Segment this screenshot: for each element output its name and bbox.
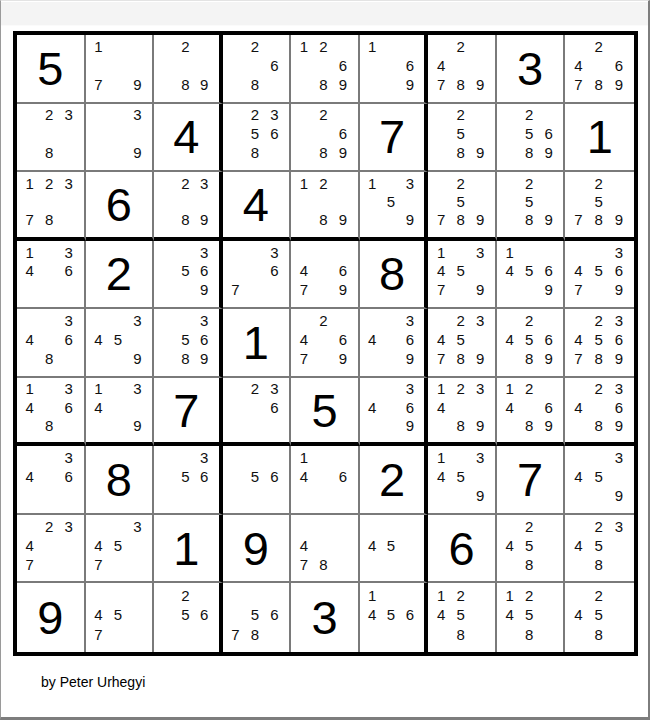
candidate-empty: [108, 555, 128, 574]
candidate-digit: 1: [294, 448, 314, 467]
candidate-empty: [265, 624, 285, 644]
candidate-empty: [539, 106, 559, 125]
candidate-digit: 7: [431, 210, 451, 228]
candidate-digit: 5: [451, 192, 471, 210]
candidate-empty: [470, 624, 490, 644]
candidate-digit: 2: [589, 517, 609, 536]
cell-r4c4[interactable]: 367: [223, 241, 292, 310]
candidate-digit: 3: [59, 517, 79, 536]
candidate-empty: [40, 243, 60, 262]
candidate-digit: 3: [265, 106, 285, 125]
candidate-empty: [40, 192, 60, 210]
candidate-digit: 3: [470, 448, 490, 467]
candidate-digit: 6: [59, 467, 79, 486]
candidate-empty: [314, 192, 334, 210]
cell-r1c9[interactable]: 246789: [565, 35, 634, 104]
candidate-empty: [500, 106, 520, 125]
candidate-digit: 9: [470, 143, 490, 162]
candidate-empty: [265, 280, 285, 299]
candidate-empty: [40, 380, 60, 398]
cell-r9c3[interactable]: 256: [154, 583, 223, 652]
candidate-digit: 4: [431, 398, 451, 416]
candidate-empty: [609, 555, 629, 574]
cell-r2c2[interactable]: 39: [86, 104, 155, 173]
candidate-digit: 2: [451, 380, 471, 398]
candidate-empty: [500, 192, 520, 210]
given-digit: 8: [379, 250, 405, 297]
cell-r5c1[interactable]: 3468: [17, 309, 86, 378]
candidate-empty: [500, 280, 520, 299]
cell-r9c5[interactable]: 3: [291, 583, 360, 652]
given-digit: 5: [37, 45, 63, 92]
candidate-empty: [108, 585, 128, 605]
candidate-empty: [333, 555, 353, 574]
candidate-digit: 7: [294, 280, 314, 299]
cell-r3c1[interactable]: 12378: [17, 172, 86, 241]
candidate-digit: 8: [519, 555, 539, 574]
candidate-empty: [176, 624, 195, 644]
cell-r6c3[interactable]: 7: [154, 378, 223, 447]
candidate-empty: [400, 517, 419, 536]
candidate-empty: [20, 192, 40, 210]
cell-r6c2[interactable]: 1349: [86, 378, 155, 447]
candidate-digit: 1: [363, 37, 382, 56]
candidate-empty: [108, 106, 128, 125]
cell-r4c9[interactable]: 345679: [565, 241, 634, 310]
candidate-empty: [568, 192, 588, 210]
candidate-empty: [20, 311, 40, 330]
candidate-digit: 7: [294, 349, 314, 368]
candidate-digit: 1: [294, 37, 314, 56]
candidate-digit: 9: [609, 280, 629, 299]
candidate-digit: 5: [108, 605, 128, 625]
candidate-empty: [539, 192, 559, 210]
cell-r6c6[interactable]: 3469: [360, 378, 429, 447]
candidate-digit: 4: [20, 262, 40, 281]
candidate-empty: [314, 467, 334, 486]
cell-r3c9[interactable]: 25789: [565, 172, 634, 241]
cell-r8c1[interactable]: 2347: [17, 515, 86, 584]
candidate-digit: 3: [128, 311, 148, 330]
candidate-empty: [128, 605, 148, 625]
cell-r6c8[interactable]: 124689: [497, 378, 566, 447]
candidate-empty: [157, 37, 176, 56]
cell-r8c6[interactable]: 45: [360, 515, 429, 584]
candidate-empty: [470, 398, 490, 416]
candidate-digit: 6: [265, 56, 285, 75]
candidate-empty: [382, 517, 401, 536]
candidate-digit: 3: [59, 311, 79, 330]
given-digit: 1: [243, 319, 269, 366]
candidate-empty: [40, 124, 60, 143]
candidate-digit: 1: [431, 243, 451, 262]
candidate-empty: [333, 517, 353, 536]
candidate-empty: [431, 486, 451, 505]
candidate-digit: 8: [245, 143, 265, 162]
given-digit: 9: [37, 594, 63, 641]
candidate-digit: 3: [400, 311, 419, 330]
candidate-empty: [108, 416, 128, 434]
candidate-empty: [314, 448, 334, 467]
candidate-empty: [294, 56, 314, 75]
candidate-empty: [333, 106, 353, 125]
candidate-digit: 2: [589, 174, 609, 192]
candidate-digit: 6: [539, 330, 559, 349]
candidate-digit: 9: [539, 280, 559, 299]
cell-r5c3[interactable]: 35689: [154, 309, 223, 378]
candidate-digit: 3: [128, 106, 148, 125]
candidate-empty: [40, 330, 60, 349]
candidate-digit: 1: [89, 380, 109, 398]
cell-r2c4[interactable]: 23568: [223, 104, 292, 173]
cell-r8c5[interactable]: 478: [291, 515, 360, 584]
cell-r6c4[interactable]: 236: [223, 378, 292, 447]
candidate-empty: [382, 210, 401, 228]
cell-r7c8[interactable]: 7: [497, 446, 566, 515]
candidate-digit: 9: [128, 143, 148, 162]
given-digit: 8: [106, 456, 132, 503]
candidate-digit: 5: [382, 536, 401, 555]
candidate-empty: [59, 536, 79, 555]
candidate-empty: [589, 280, 609, 299]
cell-r8c4[interactable]: 9: [223, 515, 292, 584]
candidate-digit: 9: [195, 75, 214, 94]
cell-r3c3[interactable]: 2389: [154, 172, 223, 241]
cell-r7c9[interactable]: 3459: [565, 446, 634, 515]
candidate-empty: [500, 624, 520, 644]
cell-r5c4[interactable]: 1: [223, 309, 292, 378]
candidate-digit: 8: [314, 75, 334, 94]
cell-r4c3[interactable]: 3569: [154, 241, 223, 310]
candidate-digit: 7: [431, 75, 451, 94]
cell-r1c8[interactable]: 3: [497, 35, 566, 104]
candidate-empty: [470, 37, 490, 56]
candidate-empty: [294, 192, 314, 210]
candidate-empty: [314, 243, 334, 262]
cell-r7c2[interactable]: 8: [86, 446, 155, 515]
candidate-digit: 4: [294, 330, 314, 349]
cell-r8c3[interactable]: 1: [154, 515, 223, 584]
candidate-empty: [20, 517, 40, 536]
cell-r1c6[interactable]: 169: [360, 35, 429, 104]
candidate-digit: 5: [589, 262, 609, 281]
cell-r3c7[interactable]: 25789: [428, 172, 497, 241]
cell-r6c7[interactable]: 123489: [428, 378, 497, 447]
candidate-empty: [500, 311, 520, 330]
candidate-empty: [539, 517, 559, 536]
candidate-empty: [157, 467, 176, 486]
candidate-empty: [539, 536, 559, 555]
candidate-digit: 7: [568, 280, 588, 299]
candidate-empty: [59, 192, 79, 210]
candidate-empty: [40, 536, 60, 555]
candidate-empty: [609, 174, 629, 192]
candidate-digit: 8: [451, 75, 471, 94]
candidate-digit: 5: [589, 192, 609, 210]
cell-r1c7[interactable]: 24789: [428, 35, 497, 104]
candidate-empty: [59, 349, 79, 368]
candidate-empty: [568, 555, 588, 574]
candidate-empty: [451, 398, 471, 416]
candidate-digit: 3: [59, 243, 79, 262]
cell-r2c9[interactable]: 1: [565, 104, 634, 173]
candidate-digit: 8: [314, 143, 334, 162]
candidate-empty: [451, 243, 471, 262]
candidate-empty: [157, 243, 176, 262]
cell-r3c4[interactable]: 4: [223, 172, 292, 241]
cell-r4c2[interactable]: 2: [86, 241, 155, 310]
candidate-digit: 1: [20, 243, 40, 262]
candidate-empty: [451, 280, 471, 299]
candidate-digit: 7: [89, 555, 109, 574]
candidate-digit: 6: [195, 330, 214, 349]
candidate-digit: 1: [294, 174, 314, 192]
cell-r9c4[interactable]: 5678: [223, 583, 292, 652]
cell-r9c8[interactable]: 12458: [497, 583, 566, 652]
cell-r2c5[interactable]: 2689: [291, 104, 360, 173]
candidate-empty: [59, 486, 79, 505]
cell-r3c6[interactable]: 1359: [360, 172, 429, 241]
candidate-digit: 2: [314, 174, 334, 192]
cell-r2c8[interactable]: 25689: [497, 104, 566, 173]
candidate-digit: 8: [451, 624, 471, 644]
candidate-empty: [470, 467, 490, 486]
candidate-digit: 3: [470, 243, 490, 262]
candidate-digit: 5: [519, 605, 539, 625]
cell-r4c8[interactable]: 14569: [497, 241, 566, 310]
candidate-digit: 4: [568, 536, 588, 555]
candidate-empty: [568, 37, 588, 56]
cell-r8c7[interactable]: 6: [428, 515, 497, 584]
candidate-empty: [568, 585, 588, 605]
cell-r3c2[interactable]: 6: [86, 172, 155, 241]
cell-r9c1[interactable]: 9: [17, 583, 86, 652]
candidate-digit: 6: [265, 262, 285, 281]
candidate-digit: 6: [400, 398, 419, 416]
cell-r4c6[interactable]: 8: [360, 241, 429, 310]
cell-r1c4[interactable]: 268: [223, 35, 292, 104]
cell-r1c2[interactable]: 179: [86, 35, 155, 104]
candidate-empty: [431, 624, 451, 644]
cell-r7c5[interactable]: 146: [291, 446, 360, 515]
candidate-empty: [333, 448, 353, 467]
candidate-empty: [176, 448, 195, 467]
cell-r9c7[interactable]: 12458: [428, 583, 497, 652]
candidate-empty: [500, 210, 520, 228]
candidate-digit: 9: [400, 416, 419, 434]
candidate-empty: [539, 380, 559, 398]
candidate-digit: 9: [609, 349, 629, 368]
candidate-empty: [363, 311, 382, 330]
candidate-digit: 4: [500, 605, 520, 625]
candidate-empty: [382, 56, 401, 75]
candidate-empty: [157, 624, 176, 644]
candidate-empty: [20, 280, 40, 299]
cell-r1c1[interactable]: 5: [17, 35, 86, 104]
cell-r8c2[interactable]: 3457: [86, 515, 155, 584]
cell-r9c9[interactable]: 2458: [565, 583, 634, 652]
candidate-digit: 2: [519, 106, 539, 125]
cell-r5c6[interactable]: 3469: [360, 309, 429, 378]
cell-r9c6[interactable]: 1456: [360, 583, 429, 652]
candidate-empty: [59, 416, 79, 434]
candidate-digit: 8: [40, 210, 60, 228]
candidate-digit: 6: [609, 330, 629, 349]
candidate-digit: 2: [451, 174, 471, 192]
given-digit: 4: [173, 113, 199, 160]
cell-r4c5[interactable]: 4679: [291, 241, 360, 310]
candidate-digit: 2: [40, 174, 60, 192]
cell-r7c3[interactable]: 356: [154, 446, 223, 515]
cell-r2c1[interactable]: 238: [17, 104, 86, 173]
candidate-digit: 9: [128, 75, 148, 94]
cell-r7c7[interactable]: 13459: [428, 446, 497, 515]
candidate-empty: [59, 555, 79, 574]
candidate-empty: [157, 192, 176, 210]
candidate-empty: [128, 124, 148, 143]
candidate-digit: 3: [265, 380, 285, 398]
candidate-empty: [226, 380, 246, 398]
candidate-digit: 7: [226, 624, 246, 644]
candidate-digit: 5: [519, 262, 539, 281]
cell-r5c7[interactable]: 2345789: [428, 309, 497, 378]
given-digit: 4: [243, 181, 269, 228]
candidate-empty: [40, 448, 60, 467]
candidate-empty: [314, 280, 334, 299]
candidate-digit: 5: [589, 605, 609, 625]
candidate-empty: [539, 605, 559, 625]
candidate-empty: [226, 416, 246, 434]
cell-r7c1[interactable]: 346: [17, 446, 86, 515]
candidate-digit: 8: [519, 624, 539, 644]
cell-r5c2[interactable]: 3459: [86, 309, 155, 378]
candidate-empty: [226, 143, 246, 162]
candidate-empty: [294, 311, 314, 330]
candidate-empty: [539, 311, 559, 330]
candidate-empty: [314, 517, 334, 536]
candidate-digit: 7: [20, 555, 40, 574]
cell-r1c3[interactable]: 289: [154, 35, 223, 104]
cell-r5c8[interactable]: 245689: [497, 309, 566, 378]
candidate-empty: [431, 192, 451, 210]
cell-r4c7[interactable]: 134579: [428, 241, 497, 310]
candidate-empty: [431, 37, 451, 56]
candidate-empty: [609, 624, 629, 644]
candidate-digit: 8: [589, 349, 609, 368]
cell-r7c6[interactable]: 2: [360, 446, 429, 515]
candidate-digit: 8: [589, 416, 609, 434]
candidate-digit: 2: [451, 311, 471, 330]
candidate-empty: [363, 416, 382, 434]
cell-r2c3[interactable]: 4: [154, 104, 223, 173]
credit-text: by Peter Urhegyi: [41, 674, 145, 690]
candidate-empty: [363, 555, 382, 574]
cell-r6c1[interactable]: 13468: [17, 378, 86, 447]
candidate-digit: 7: [431, 280, 451, 299]
candidate-digit: 5: [245, 467, 265, 486]
candidate-empty: [176, 280, 195, 299]
cell-r7c4[interactable]: 56: [223, 446, 292, 515]
candidate-digit: 4: [20, 536, 40, 555]
candidate-empty: [40, 486, 60, 505]
candidate-digit: 1: [500, 243, 520, 262]
candidate-empty: [157, 210, 176, 228]
candidate-digit: 6: [609, 56, 629, 75]
candidate-digit: 5: [519, 536, 539, 555]
candidate-empty: [157, 75, 176, 94]
candidate-empty: [108, 624, 128, 644]
cell-r6c9[interactable]: 234689: [565, 378, 634, 447]
cell-r6c5[interactable]: 5: [291, 378, 360, 447]
cell-r2c7[interactable]: 2589: [428, 104, 497, 173]
candidate-empty: [500, 174, 520, 192]
candidate-empty: [157, 605, 176, 625]
cell-r8c8[interactable]: 2458: [497, 515, 566, 584]
candidate-digit: 4: [431, 467, 451, 486]
cell-r1c5[interactable]: 12689: [291, 35, 360, 104]
candidate-digit: 9: [470, 486, 490, 505]
candidate-digit: 3: [609, 243, 629, 262]
cell-r5c5[interactable]: 24679: [291, 309, 360, 378]
candidate-empty: [294, 124, 314, 143]
candidate-empty: [157, 448, 176, 467]
candidate-empty: [333, 311, 353, 330]
cell-r2c6[interactable]: 7: [360, 104, 429, 173]
candidate-empty: [245, 280, 265, 299]
candidate-empty: [20, 106, 40, 125]
candidate-digit: 2: [519, 380, 539, 398]
candidate-digit: 3: [470, 380, 490, 398]
candidate-digit: 2: [245, 37, 265, 56]
candidate-digit: 2: [451, 585, 471, 605]
candidate-empty: [470, 605, 490, 625]
cell-r9c2[interactable]: 457: [86, 583, 155, 652]
candidate-empty: [265, 448, 285, 467]
cell-r3c5[interactable]: 1289: [291, 172, 360, 241]
candidate-digit: 8: [176, 349, 195, 368]
candidate-digit: 8: [519, 349, 539, 368]
candidate-empty: [128, 330, 148, 349]
candidate-digit: 5: [176, 262, 195, 281]
candidate-digit: 3: [470, 311, 490, 330]
candidate-empty: [589, 398, 609, 416]
candidate-empty: [333, 174, 353, 192]
candidate-empty: [382, 75, 401, 94]
candidate-empty: [363, 210, 382, 228]
given-digit: 1: [587, 113, 613, 160]
cell-r5c9[interactable]: 23456789: [565, 309, 634, 378]
candidate-empty: [176, 243, 195, 262]
candidate-empty: [363, 56, 382, 75]
candidate-empty: [294, 210, 314, 228]
cell-r3c8[interactable]: 2589: [497, 172, 566, 241]
candidate-digit: 4: [363, 398, 382, 416]
candidate-digit: 4: [568, 262, 588, 281]
candidate-empty: [226, 243, 246, 262]
candidate-digit: 3: [400, 380, 419, 398]
cell-r4c1[interactable]: 1346: [17, 241, 86, 310]
candidate-digit: 8: [176, 75, 195, 94]
candidate-empty: [195, 585, 214, 605]
candidate-empty: [89, 56, 109, 75]
candidate-digit: 9: [195, 210, 214, 228]
cell-r8c9[interactable]: 23458: [565, 515, 634, 584]
candidate-empty: [59, 124, 79, 143]
candidate-empty: [539, 174, 559, 192]
candidate-empty: [382, 555, 401, 574]
candidate-digit: 8: [245, 75, 265, 94]
candidate-empty: [500, 124, 520, 143]
